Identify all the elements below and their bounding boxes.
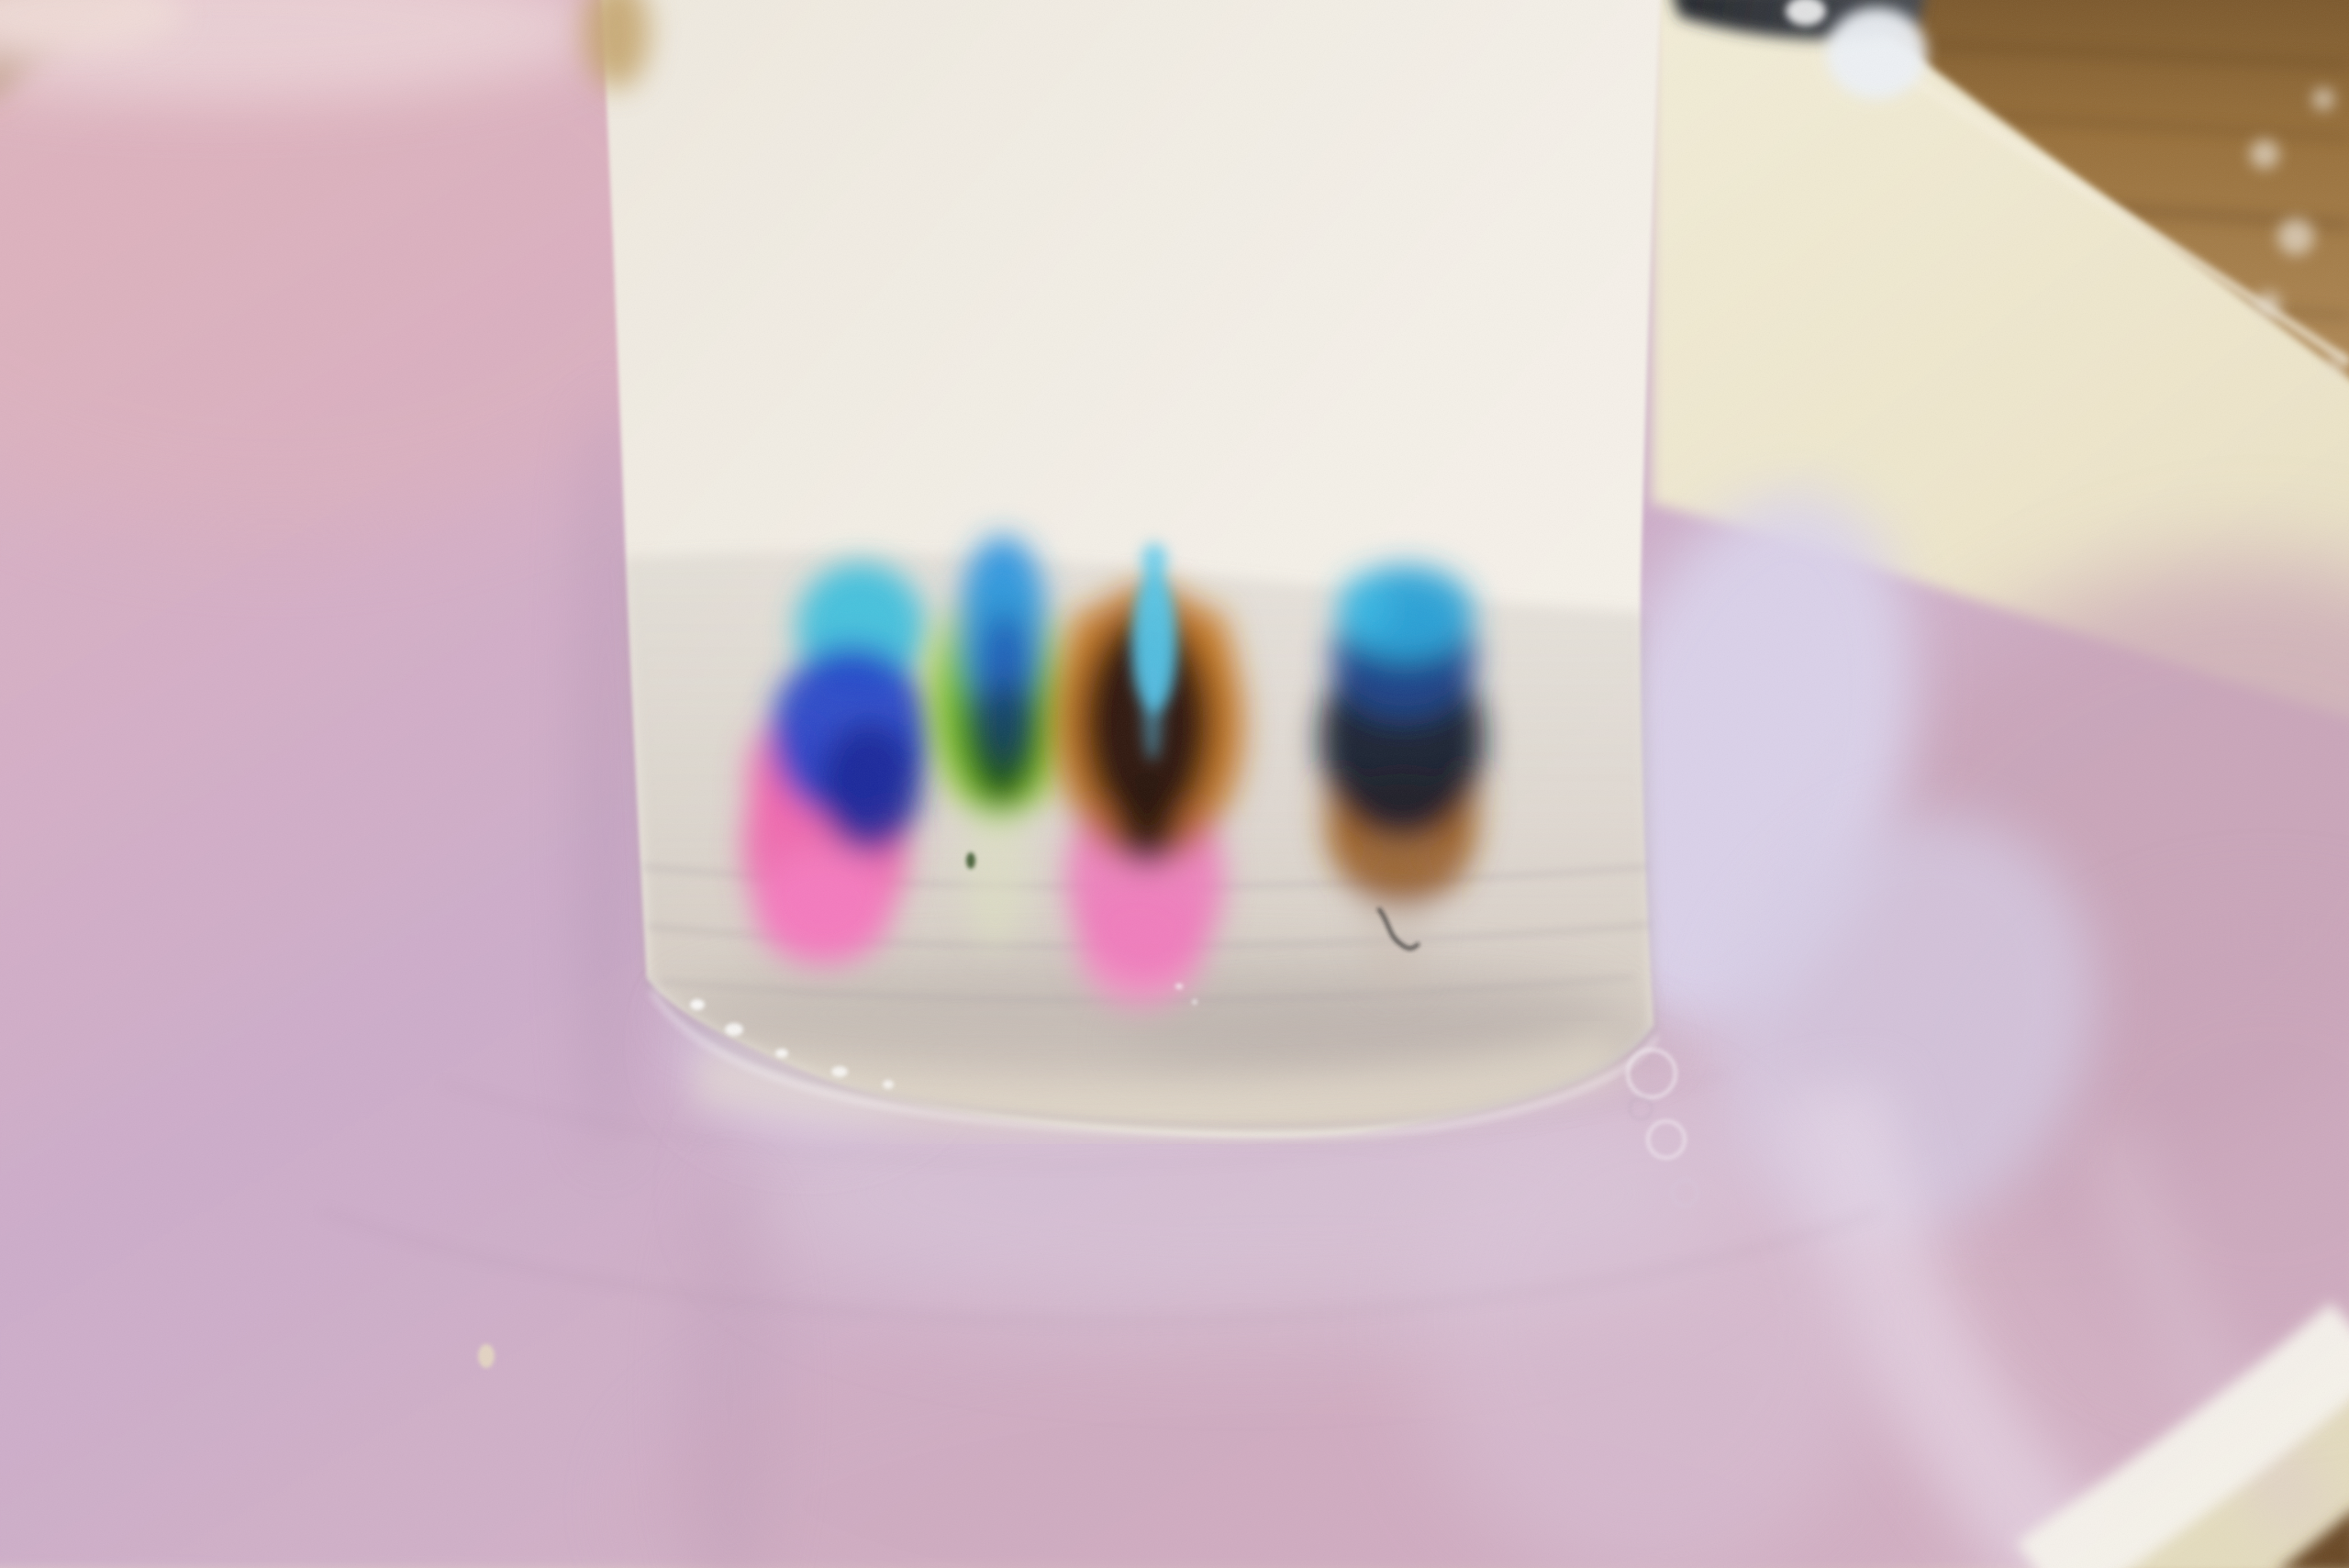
scene-canvas (0, 0, 2349, 1568)
photo-chromatography-scene (0, 0, 2349, 1568)
film-grain-overlay (0, 0, 2349, 1568)
